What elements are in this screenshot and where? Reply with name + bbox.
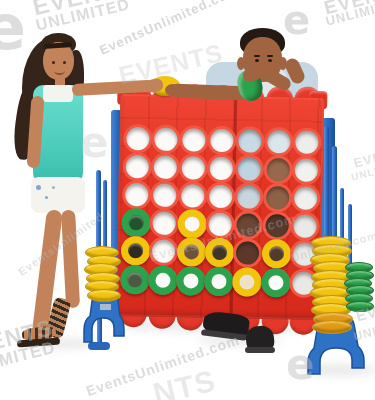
watermark-text: EVENTS	[352, 142, 375, 171]
board-hole-r2c5	[238, 157, 261, 180]
yellow-ring-piece-r5c1	[120, 236, 150, 266]
green-ring-piece-r6c6	[261, 267, 291, 297]
board-hole-r2c3	[181, 156, 204, 179]
board-hole-r3c4	[209, 185, 232, 208]
girl-eye-right	[63, 61, 66, 64]
boy-eye-left	[255, 59, 259, 62]
board-hole-r3c7	[294, 186, 317, 209]
board-hole-r4c7	[293, 215, 316, 238]
green-ring-piece-r6c3	[176, 266, 206, 296]
girl-shorts	[31, 177, 85, 213]
boy-eyebrow-right	[267, 55, 273, 57]
board-hole-r2c6	[266, 158, 289, 181]
board-hole-r4c6	[265, 214, 288, 237]
board-hole-r1c4	[210, 128, 233, 151]
green-ring-piece-r4c1	[121, 208, 151, 238]
connect-four-board	[116, 94, 325, 320]
watermark-text: EVENTS	[30, 0, 136, 21]
board-hole-r3c6	[265, 186, 288, 209]
girl-smile	[54, 67, 65, 75]
board-hole-r4c5	[237, 213, 260, 236]
board-hole-r1c1	[126, 127, 149, 150]
board-hole-r5c5	[236, 242, 259, 265]
right-post-rod	[332, 146, 337, 238]
boy-hand-left	[165, 84, 180, 96]
boy-eyebrow-left	[254, 55, 260, 57]
watermark-text: EVENTS	[322, 0, 375, 19]
board-hole-r1c5	[238, 129, 261, 152]
yellow-ring-piece-r6c5	[232, 267, 262, 297]
yellow-ring-piece-r5c4	[205, 238, 235, 268]
board-hole-r1c7	[295, 130, 318, 153]
girl-leg-back	[61, 210, 80, 309]
board-hole-r3c1	[125, 183, 148, 206]
board-holes	[116, 94, 325, 320]
board-hole-r3c5	[237, 185, 260, 208]
yellow-ring-piece-r5c6	[261, 239, 291, 269]
board-hole-r4c2	[152, 212, 175, 235]
events-swirl-logo-icon: e	[80, 124, 109, 162]
right-post-rod	[324, 126, 329, 236]
yellow-ring-piece-r4c3	[177, 209, 207, 239]
board-hole-r3c2	[153, 183, 176, 206]
board-hole-r1c2	[154, 127, 177, 150]
board-hole-r1c3	[182, 128, 205, 151]
watermark-text: EventsUnlimited.com	[97, 0, 241, 58]
stored-yellow-right-ring	[312, 320, 352, 334]
board-hole-r1c6	[267, 129, 290, 152]
board-hole-r2c4	[210, 156, 233, 179]
girl-eye-left	[52, 61, 55, 64]
board-hole-r3c3	[181, 184, 204, 207]
watermark-text: UNLIMITED	[34, 0, 132, 35]
girl-lace-trim	[43, 85, 73, 102]
right-post-rod	[340, 188, 344, 242]
board-hole-r4c4	[208, 213, 231, 236]
board-hole-r2c1	[125, 155, 148, 178]
board-hole-r2c7	[294, 158, 317, 181]
board-hole-r5c2	[152, 240, 175, 263]
stored-yellow-left-ring	[87, 289, 121, 302]
board-hole-r2c2	[153, 155, 176, 178]
watermark-text: UNLIMITED	[350, 157, 375, 183]
events-swirl-logo-icon: e	[283, 2, 310, 38]
watermark-text: UNLIMITED	[324, 0, 375, 29]
green-ring-piece-r6c4	[204, 266, 234, 296]
yellow-ring-piece-r5c3	[177, 237, 207, 267]
events-swirl-logo-icon: e	[0, 0, 26, 56]
girl-shorts-print	[36, 185, 41, 190]
product-photo-giant-connect-four: eEVENTSUNLIMITEDEventsUnlimited.comeEVEN…	[0, 0, 375, 400]
watermark-text: NTS	[150, 364, 219, 400]
boy-eye-right	[268, 59, 272, 62]
boy-ear-left	[237, 57, 245, 70]
green-ring-piece-r6c2	[148, 265, 178, 295]
stored-green-right-ring	[346, 301, 374, 312]
boy-shoe-right-sole	[245, 347, 275, 353]
